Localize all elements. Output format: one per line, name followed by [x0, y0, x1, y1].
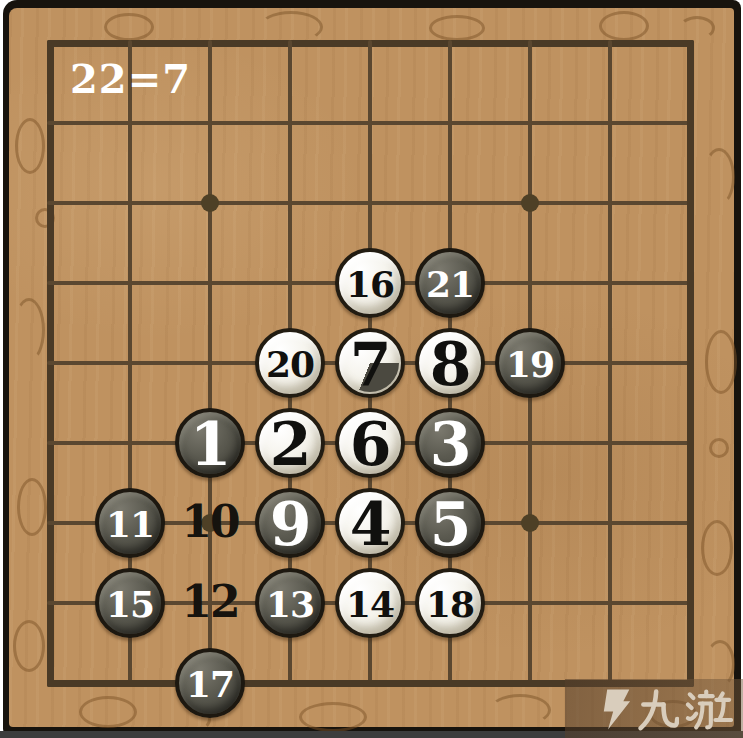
- jiuyou-logo-icon: [597, 686, 631, 732]
- stone-8-white[interactable]: 8: [415, 328, 485, 398]
- stone-number: 2: [270, 414, 311, 474]
- stone-1-black[interactable]: 1: [175, 408, 245, 478]
- stone-19-black[interactable]: 19: [495, 328, 565, 398]
- stone-number: 11: [106, 506, 154, 542]
- stone-15-black[interactable]: 15: [95, 568, 165, 638]
- stone-20-white[interactable]: 20: [255, 328, 325, 398]
- jiuyou-hanzi-jiu: [637, 687, 679, 731]
- stone-number: 7: [350, 334, 391, 394]
- stone-number: 19: [506, 346, 554, 382]
- stone-4-white[interactable]: 4: [335, 488, 405, 558]
- stone-number: 20: [266, 346, 314, 382]
- stone-17-black[interactable]: 17: [175, 648, 245, 718]
- stone-number: 3: [430, 414, 471, 474]
- captured-move-label-10: 10: [181, 500, 238, 544]
- jiuyou-hanzi-you: [685, 687, 733, 731]
- star-point: [201, 194, 219, 212]
- stone-13-black[interactable]: 13: [255, 568, 325, 638]
- stone-number: 17: [186, 666, 234, 702]
- grid-line-vertical: [608, 40, 612, 687]
- stone-number: 15: [106, 586, 154, 622]
- stone-5-black[interactable]: 5: [415, 488, 485, 558]
- stone-number: 18: [426, 586, 474, 622]
- grid-line-vertical: [687, 40, 694, 687]
- watermark-banner: 九游: [565, 679, 743, 738]
- stone-number: 9: [270, 494, 311, 554]
- stone-number: 21: [426, 266, 474, 302]
- stone-6-white[interactable]: 6: [335, 408, 405, 478]
- go-board[interactable]: 123456789101112131415161718192021: [0, 0, 743, 738]
- star-point: [521, 194, 539, 212]
- stone-18-white[interactable]: 18: [415, 568, 485, 638]
- move-equivalence-caption: 22=7: [70, 55, 191, 102]
- stone-number: 8: [430, 334, 471, 394]
- stone-14-white[interactable]: 14: [335, 568, 405, 638]
- stone-number: 5: [430, 494, 471, 554]
- stone-11-black[interactable]: 11: [95, 488, 165, 558]
- stone-number: 16: [346, 266, 394, 302]
- stone-9-black[interactable]: 9: [255, 488, 325, 558]
- board-screenshot: 123456789101112131415161718192021 22=7 九…: [0, 0, 743, 738]
- stone-3-black[interactable]: 3: [415, 408, 485, 478]
- captured-move-label-12: 12: [181, 580, 238, 624]
- stone-number: 4: [350, 494, 391, 554]
- stone-7-white[interactable]: 7: [335, 328, 405, 398]
- stone-16-white[interactable]: 16: [335, 248, 405, 318]
- stone-number: 6: [350, 414, 391, 474]
- stone-21-black[interactable]: 21: [415, 248, 485, 318]
- star-point: [521, 514, 539, 532]
- stone-2-white[interactable]: 2: [255, 408, 325, 478]
- stone-number: 1: [190, 414, 231, 474]
- stone-number: 14: [346, 586, 394, 622]
- stone-number: 13: [266, 586, 314, 622]
